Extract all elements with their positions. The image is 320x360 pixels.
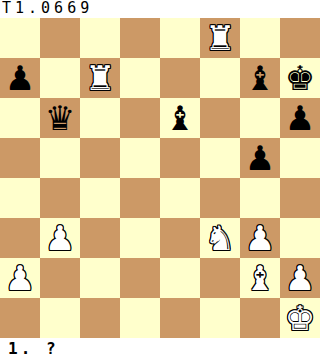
square-h7[interactable]: ♚ — [280, 58, 320, 98]
square-f7[interactable] — [200, 58, 240, 98]
piece-wP-a2: ♟ — [5, 261, 35, 295]
square-c8[interactable] — [80, 18, 120, 58]
square-c5[interactable] — [80, 138, 120, 178]
square-d2[interactable] — [120, 258, 160, 298]
square-e6[interactable]: ♝ — [160, 98, 200, 138]
piece-wP-g3: ♟ — [245, 221, 275, 255]
square-a7[interactable]: ♟ — [0, 58, 40, 98]
piece-wB-g2: ♝ — [245, 261, 275, 295]
square-a8[interactable] — [0, 18, 40, 58]
square-f2[interactable] — [200, 258, 240, 298]
square-d8[interactable] — [120, 18, 160, 58]
piece-wN-f3: ♞ — [205, 221, 235, 255]
square-c1[interactable] — [80, 298, 120, 338]
square-a6[interactable] — [0, 98, 40, 138]
square-a2[interactable]: ♟ — [0, 258, 40, 298]
square-d1[interactable] — [120, 298, 160, 338]
square-b3[interactable]: ♟ — [40, 218, 80, 258]
piece-bB-g7: ♝ — [245, 61, 275, 95]
square-f5[interactable] — [200, 138, 240, 178]
chess-board: ♜♟♜♝♚♛♝♟♟♟♞♟♟♝♟♚ — [0, 18, 320, 338]
square-e1[interactable] — [160, 298, 200, 338]
piece-bP-h6: ♟ — [285, 101, 315, 135]
square-a3[interactable] — [0, 218, 40, 258]
square-e8[interactable] — [160, 18, 200, 58]
square-g8[interactable] — [240, 18, 280, 58]
square-h4[interactable] — [280, 178, 320, 218]
square-h2[interactable]: ♟ — [280, 258, 320, 298]
square-a5[interactable] — [0, 138, 40, 178]
square-g4[interactable] — [240, 178, 280, 218]
piece-bQ-b6: ♛ — [45, 101, 75, 135]
square-b6[interactable]: ♛ — [40, 98, 80, 138]
square-c4[interactable] — [80, 178, 120, 218]
square-c3[interactable] — [80, 218, 120, 258]
piece-bP-g5: ♟ — [245, 141, 275, 175]
square-b2[interactable] — [40, 258, 80, 298]
piece-wR-c7: ♜ — [85, 61, 115, 95]
square-h1[interactable]: ♚ — [280, 298, 320, 338]
piece-bK-h7: ♚ — [285, 61, 315, 95]
square-g2[interactable]: ♝ — [240, 258, 280, 298]
square-c7[interactable]: ♜ — [80, 58, 120, 98]
square-b4[interactable] — [40, 178, 80, 218]
square-h6[interactable]: ♟ — [280, 98, 320, 138]
square-e4[interactable] — [160, 178, 200, 218]
square-d7[interactable] — [120, 58, 160, 98]
square-f6[interactable] — [200, 98, 240, 138]
square-d6[interactable] — [120, 98, 160, 138]
square-e5[interactable] — [160, 138, 200, 178]
square-g6[interactable] — [240, 98, 280, 138]
square-d3[interactable] — [120, 218, 160, 258]
square-f3[interactable]: ♞ — [200, 218, 240, 258]
puzzle-id: T1.0669 — [0, 0, 320, 18]
piece-wP-h2: ♟ — [285, 261, 315, 295]
square-a1[interactable] — [0, 298, 40, 338]
square-h3[interactable] — [280, 218, 320, 258]
square-d4[interactable] — [120, 178, 160, 218]
square-e3[interactable] — [160, 218, 200, 258]
square-b8[interactable] — [40, 18, 80, 58]
piece-bP-a7: ♟ — [5, 61, 35, 95]
move-prompt: 1. ? — [0, 338, 320, 360]
square-b7[interactable] — [40, 58, 80, 98]
piece-bB-e6: ♝ — [165, 101, 195, 135]
square-f8[interactable]: ♜ — [200, 18, 240, 58]
square-g3[interactable]: ♟ — [240, 218, 280, 258]
piece-wK-h1: ♚ — [285, 301, 315, 335]
square-g7[interactable]: ♝ — [240, 58, 280, 98]
square-a4[interactable] — [0, 178, 40, 218]
square-c6[interactable] — [80, 98, 120, 138]
square-g5[interactable]: ♟ — [240, 138, 280, 178]
square-c2[interactable] — [80, 258, 120, 298]
square-h8[interactable] — [280, 18, 320, 58]
square-f1[interactable] — [200, 298, 240, 338]
square-f4[interactable] — [200, 178, 240, 218]
piece-wR-f8: ♜ — [205, 21, 235, 55]
square-e2[interactable] — [160, 258, 200, 298]
square-b1[interactable] — [40, 298, 80, 338]
square-g1[interactable] — [240, 298, 280, 338]
square-e7[interactable] — [160, 58, 200, 98]
square-b5[interactable] — [40, 138, 80, 178]
square-h5[interactable] — [280, 138, 320, 178]
piece-wP-b3: ♟ — [45, 221, 75, 255]
square-d5[interactable] — [120, 138, 160, 178]
